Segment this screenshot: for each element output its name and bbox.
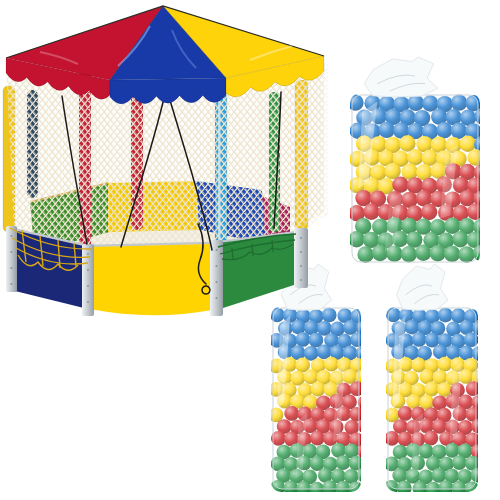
scene-svg bbox=[0, 0, 500, 500]
bag-tie bbox=[364, 57, 438, 97]
base-panel-front-center bbox=[90, 244, 212, 315]
bag-bottom-right bbox=[384, 264, 487, 497]
bag-tie bbox=[397, 264, 448, 310]
bag-top-right bbox=[347, 57, 491, 263]
bag-bottom-left bbox=[269, 264, 373, 497]
ball-pit-tent bbox=[3, 6, 328, 316]
corner-post-mid-right bbox=[210, 240, 223, 316]
product-photo bbox=[0, 0, 500, 500]
roof-valance-center bbox=[110, 78, 226, 104]
